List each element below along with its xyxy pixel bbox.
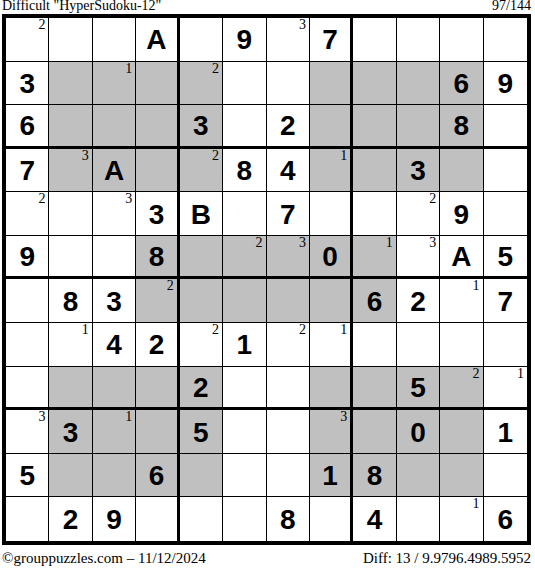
cell-r4c7: 4 xyxy=(267,149,310,193)
corner-mark: 1 xyxy=(82,323,89,338)
cell-r7c4[interactable]: 2 xyxy=(136,279,179,323)
cell-r2c12: 9 xyxy=(484,62,527,106)
cell-r11c5[interactable] xyxy=(180,454,223,498)
cell-r9c11[interactable]: 2 xyxy=(440,367,483,411)
puzzle-counter: 97/144 xyxy=(492,0,531,14)
cell-r12c11[interactable]: 1 xyxy=(440,497,483,541)
cell-r12c3: 9 xyxy=(93,497,136,541)
cell-r8c5[interactable]: 2 xyxy=(180,323,223,367)
given-value: 3 xyxy=(410,157,426,185)
given-value: 1 xyxy=(237,331,253,359)
given-value: 8 xyxy=(63,288,79,316)
cell-r10c2: 3 xyxy=(49,410,92,454)
corner-mark: 1 xyxy=(473,497,480,512)
cell-r3c4[interactable] xyxy=(136,105,179,149)
cell-r3c1: 6 xyxy=(6,105,49,149)
cell-r7c12: 7 xyxy=(484,279,527,323)
cell-r2c8[interactable] xyxy=(310,62,353,106)
cell-r2c5[interactable]: 2 xyxy=(180,62,223,106)
corner-mark: 3 xyxy=(299,236,306,251)
given-value: 3 xyxy=(19,70,35,98)
cell-r4c12[interactable] xyxy=(484,149,527,193)
cell-r9c2[interactable] xyxy=(49,367,92,411)
cell-r5c5: B xyxy=(180,192,223,236)
cell-r12c5[interactable] xyxy=(180,497,223,541)
cell-r5c4: 3 xyxy=(136,192,179,236)
cell-r9c8[interactable] xyxy=(310,367,353,411)
given-value: A xyxy=(104,157,124,185)
cell-r4c8[interactable]: 1 xyxy=(310,149,353,193)
cell-r8c8[interactable]: 1 xyxy=(310,323,353,367)
cell-r5c2[interactable] xyxy=(49,192,92,236)
cell-r10c6[interactable] xyxy=(223,410,266,454)
cell-r6c10[interactable]: 3 xyxy=(397,236,440,280)
given-value: 6 xyxy=(498,506,514,534)
given-value: 5 xyxy=(19,462,35,490)
cell-r4c9[interactable] xyxy=(353,149,396,193)
given-value: 3 xyxy=(193,112,209,140)
cell-r11c4: 6 xyxy=(136,454,179,498)
cell-r11c1: 5 xyxy=(6,454,49,498)
given-value: 3 xyxy=(106,288,122,316)
cell-r10c7[interactable] xyxy=(267,410,310,454)
cell-r3c11: 8 xyxy=(440,105,483,149)
cell-r5c11: 9 xyxy=(440,192,483,236)
given-value: 9 xyxy=(106,506,122,534)
given-value: 7 xyxy=(498,288,514,316)
given-value: 7 xyxy=(322,26,338,54)
cell-r6c12: 5 xyxy=(484,236,527,280)
cell-r11c11[interactable] xyxy=(440,454,483,498)
cell-r2c1: 3 xyxy=(6,62,49,106)
cell-r5c9[interactable] xyxy=(353,192,396,236)
corner-mark: 1 xyxy=(340,149,347,164)
copyright-text: ©grouppuzzles.com – 11/12/2024 xyxy=(2,549,206,567)
cell-r8c11[interactable] xyxy=(440,323,483,367)
corner-mark: 2 xyxy=(212,62,219,77)
cell-r8c2[interactable]: 1 xyxy=(49,323,92,367)
cell-r10c10: 0 xyxy=(397,410,440,454)
cell-r9c6[interactable] xyxy=(223,367,266,411)
cell-r7c8[interactable] xyxy=(310,279,353,323)
given-value: 8 xyxy=(367,462,383,490)
corner-mark: 1 xyxy=(517,367,524,382)
cell-r1c11[interactable] xyxy=(440,18,483,62)
given-value: 2 xyxy=(410,288,426,316)
cell-r5c1[interactable]: 2 xyxy=(6,192,49,236)
corner-mark: 3 xyxy=(125,192,132,207)
given-value: 2 xyxy=(193,374,209,402)
cell-r10c12: 1 xyxy=(484,410,527,454)
given-value: B xyxy=(191,201,211,229)
cell-r8c7[interactable]: 2 xyxy=(267,323,310,367)
given-value: 8 xyxy=(280,506,296,534)
given-value: 0 xyxy=(322,243,338,271)
given-value: 9 xyxy=(237,26,253,54)
cell-r9c9[interactable] xyxy=(353,367,396,411)
given-value: 9 xyxy=(454,201,470,229)
cell-r4c1: 7 xyxy=(6,149,49,193)
corner-mark: 1 xyxy=(125,410,132,425)
cell-r11c10[interactable] xyxy=(397,454,440,498)
corner-mark: 2 xyxy=(167,279,174,294)
cell-r2c4[interactable] xyxy=(136,62,179,106)
cell-r12c10[interactable] xyxy=(397,497,440,541)
given-value: 1 xyxy=(498,419,514,447)
given-value: 9 xyxy=(19,243,35,271)
cell-r6c7[interactable]: 3 xyxy=(267,236,310,280)
corner-mark: 2 xyxy=(473,367,480,382)
cell-r12c2: 2 xyxy=(49,497,92,541)
given-value: 6 xyxy=(454,70,470,98)
corner-mark: 3 xyxy=(82,149,89,164)
corner-mark: 3 xyxy=(429,236,436,251)
corner-mark: 1 xyxy=(125,62,132,77)
cell-r1c1[interactable]: 2 xyxy=(6,18,49,62)
cell-r12c1[interactable] xyxy=(6,497,49,541)
cell-r5c10[interactable]: 2 xyxy=(397,192,440,236)
corner-mark: 2 xyxy=(38,192,45,207)
given-value: 8 xyxy=(454,112,470,140)
cell-r3c3[interactable] xyxy=(93,105,136,149)
cell-r4c3: A xyxy=(93,149,136,193)
cell-r3c7: 2 xyxy=(267,105,310,149)
cell-r6c5[interactable] xyxy=(180,236,223,280)
cell-r10c11[interactable] xyxy=(440,410,483,454)
cell-r5c8[interactable] xyxy=(310,192,353,236)
cell-r11c6[interactable] xyxy=(223,454,266,498)
cell-r1c12[interactable] xyxy=(484,18,527,62)
cell-r9c7[interactable] xyxy=(267,367,310,411)
cell-r10c5: 5 xyxy=(180,410,223,454)
cell-r1c10[interactable] xyxy=(397,18,440,62)
cell-r6c8: 0 xyxy=(310,236,353,280)
cell-r8c1[interactable] xyxy=(6,323,49,367)
cell-r4c5[interactable]: 2 xyxy=(180,149,223,193)
cell-r2c11: 6 xyxy=(440,62,483,106)
cell-r7c9: 6 xyxy=(353,279,396,323)
cell-r6c2[interactable] xyxy=(49,236,92,280)
cell-r2c7[interactable] xyxy=(267,62,310,106)
cell-r9c3[interactable] xyxy=(93,367,136,411)
cell-r6c1: 9 xyxy=(6,236,49,280)
cell-r8c10[interactable] xyxy=(397,323,440,367)
cell-r7c2: 8 xyxy=(49,279,92,323)
cell-r7c7[interactable] xyxy=(267,279,310,323)
cell-r2c2[interactable] xyxy=(49,62,92,106)
corner-mark: 2 xyxy=(212,323,219,338)
header: Difficult "HyperSudoku-12" 97/144 xyxy=(2,0,531,14)
given-value: 4 xyxy=(106,331,122,359)
sudoku-board: 2A93731269632873A28413233B7299823013A583… xyxy=(2,14,531,545)
given-value: 8 xyxy=(149,243,165,271)
cell-r7c6[interactable] xyxy=(223,279,266,323)
given-value: 2 xyxy=(280,112,296,140)
cell-r2c6[interactable] xyxy=(223,62,266,106)
cell-r9c12[interactable]: 1 xyxy=(484,367,527,411)
cell-r9c10: 5 xyxy=(397,367,440,411)
given-value: 3 xyxy=(149,201,165,229)
cell-r3c10[interactable] xyxy=(397,105,440,149)
corner-mark: 2 xyxy=(299,323,306,338)
given-value: 6 xyxy=(149,462,165,490)
cell-r1c5[interactable] xyxy=(180,18,223,62)
cell-r3c9[interactable] xyxy=(353,105,396,149)
cell-r8c12[interactable] xyxy=(484,323,527,367)
cell-r9c5: 2 xyxy=(180,367,223,411)
difficulty-text: Diff: 13 / 9.9796.4989.5952 xyxy=(363,549,531,567)
given-value: A xyxy=(451,243,471,271)
cell-r10c1[interactable]: 3 xyxy=(6,410,49,454)
cell-r12c6[interactable] xyxy=(223,497,266,541)
cell-r2c3[interactable]: 1 xyxy=(93,62,136,106)
cell-r2c9[interactable] xyxy=(353,62,396,106)
cell-r8c9[interactable] xyxy=(353,323,396,367)
cell-r4c2[interactable]: 3 xyxy=(49,149,92,193)
cell-r5c6[interactable] xyxy=(223,192,266,236)
cell-r5c12[interactable] xyxy=(484,192,527,236)
cell-r6c6[interactable]: 2 xyxy=(223,236,266,280)
cell-r3c8[interactable] xyxy=(310,105,353,149)
cell-r3c5: 3 xyxy=(180,105,223,149)
cell-r1c6: 9 xyxy=(223,18,266,62)
cell-r10c8[interactable]: 3 xyxy=(310,410,353,454)
cell-r3c2[interactable] xyxy=(49,105,92,149)
cell-r3c12[interactable] xyxy=(484,105,527,149)
cell-r6c9[interactable]: 1 xyxy=(353,236,396,280)
cell-r11c8: 1 xyxy=(310,454,353,498)
given-value: 8 xyxy=(237,157,253,185)
cell-r6c4: 8 xyxy=(136,236,179,280)
cell-r11c2[interactable] xyxy=(49,454,92,498)
given-value: A xyxy=(146,26,166,54)
cell-r7c5[interactable] xyxy=(180,279,223,323)
given-value: 4 xyxy=(367,506,383,534)
cell-r8c6: 1 xyxy=(223,323,266,367)
given-value: 6 xyxy=(367,288,383,316)
cell-r4c6: 8 xyxy=(223,149,266,193)
given-value: 7 xyxy=(19,157,35,185)
cell-r11c9: 8 xyxy=(353,454,396,498)
given-value: 6 xyxy=(19,112,35,140)
corner-mark: 2 xyxy=(212,149,219,164)
cell-r1c9[interactable] xyxy=(353,18,396,62)
cell-r1c8: 7 xyxy=(310,18,353,62)
given-value: 2 xyxy=(149,331,165,359)
given-value: 3 xyxy=(63,419,79,447)
corner-mark: 1 xyxy=(473,279,480,294)
cell-r3c6[interactable] xyxy=(223,105,266,149)
cell-r2c10[interactable] xyxy=(397,62,440,106)
given-value: 9 xyxy=(498,70,514,98)
corner-mark: 1 xyxy=(340,323,347,338)
given-value: 5 xyxy=(410,374,426,402)
cell-r10c3[interactable]: 1 xyxy=(93,410,136,454)
corner-mark: 3 xyxy=(340,410,347,425)
given-value: 1 xyxy=(322,462,338,490)
cell-r11c3[interactable] xyxy=(93,454,136,498)
cell-r6c11: A xyxy=(440,236,483,280)
cell-r4c10: 3 xyxy=(397,149,440,193)
cell-r9c4[interactable] xyxy=(136,367,179,411)
corner-mark: 3 xyxy=(299,18,306,33)
corner-mark: 2 xyxy=(429,192,436,207)
given-value: 4 xyxy=(280,157,296,185)
given-value: 5 xyxy=(498,243,514,271)
puzzle-page: Difficult "HyperSudoku-12" 97/144 2A9373… xyxy=(0,0,535,569)
cell-r7c11[interactable]: 1 xyxy=(440,279,483,323)
cell-r11c12[interactable] xyxy=(484,454,527,498)
cell-r1c7[interactable]: 3 xyxy=(267,18,310,62)
footer: ©grouppuzzles.com – 11/12/2024 Diff: 13 … xyxy=(2,549,531,567)
page-title: Difficult "HyperSudoku-12" xyxy=(2,0,161,14)
cell-r9c1[interactable] xyxy=(6,367,49,411)
cell-r11c7[interactable] xyxy=(267,454,310,498)
given-value: 5 xyxy=(193,419,209,447)
cell-r5c3[interactable]: 3 xyxy=(93,192,136,236)
corner-mark: 1 xyxy=(386,236,393,251)
cell-r12c9: 4 xyxy=(353,497,396,541)
cell-r8c4: 2 xyxy=(136,323,179,367)
cell-r12c7: 8 xyxy=(267,497,310,541)
cell-r10c9[interactable] xyxy=(353,410,396,454)
cell-r4c11[interactable] xyxy=(440,149,483,193)
cell-r1c2[interactable] xyxy=(49,18,92,62)
corner-mark: 2 xyxy=(38,18,45,33)
cell-r10c4[interactable] xyxy=(136,410,179,454)
cell-r12c4[interactable] xyxy=(136,497,179,541)
cell-r5c7: 7 xyxy=(267,192,310,236)
given-value: 0 xyxy=(410,419,426,447)
cell-r6c3[interactable] xyxy=(93,236,136,280)
cell-r4c4[interactable] xyxy=(136,149,179,193)
cell-r1c4: A xyxy=(136,18,179,62)
cell-r7c3: 3 xyxy=(93,279,136,323)
given-value: 2 xyxy=(63,506,79,534)
cell-r12c8[interactable] xyxy=(310,497,353,541)
cell-r7c1[interactable] xyxy=(6,279,49,323)
cell-r1c3[interactable] xyxy=(93,18,136,62)
given-value: 7 xyxy=(280,201,296,229)
cell-r8c3: 4 xyxy=(93,323,136,367)
cell-r7c10: 2 xyxy=(397,279,440,323)
corner-mark: 3 xyxy=(38,410,45,425)
cell-r12c12: 6 xyxy=(484,497,527,541)
corner-mark: 2 xyxy=(256,236,263,251)
